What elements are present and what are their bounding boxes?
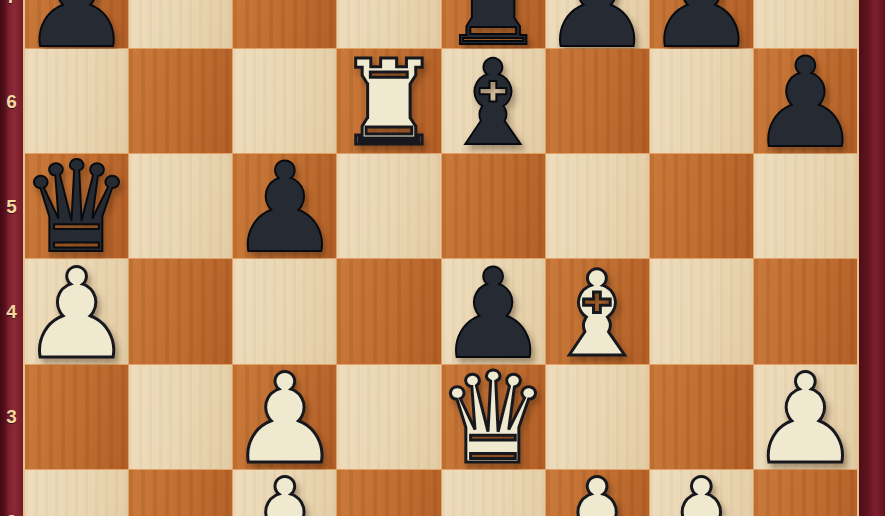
rank-label-7: 7 (0, 0, 23, 8)
square-d2[interactable] (337, 470, 440, 516)
square-d5[interactable] (337, 154, 440, 258)
square-c5[interactable]: ♟ (233, 154, 336, 258)
chess-board-screenshot: ♟♜♟♟♜♝♟♛♟♟♟♝♟♛♟♟♟♟ 765432 (0, 0, 885, 516)
square-f5[interactable] (546, 154, 649, 258)
square-f4[interactable]: ♝ (546, 259, 649, 363)
square-a3[interactable] (25, 365, 128, 469)
square-f7[interactable]: ♟ (546, 0, 649, 48)
square-c2[interactable]: ♟ (233, 470, 336, 516)
square-c7[interactable] (233, 0, 336, 48)
square-d3[interactable] (337, 365, 440, 469)
square-a4[interactable]: ♟ (25, 259, 128, 363)
piece-white-rook-d6[interactable]: ♜ (337, 49, 440, 153)
piece-white-pawn-h3[interactable]: ♟ (754, 365, 857, 469)
board-grid: ♟♜♟♟♜♝♟♛♟♟♟♝♟♛♟♟♟♟ (25, 0, 857, 516)
square-b7[interactable] (129, 0, 232, 48)
piece-black-pawn-a7[interactable]: ♟ (25, 0, 128, 53)
square-a2[interactable] (25, 470, 128, 516)
square-h5[interactable] (754, 154, 857, 258)
square-b5[interactable] (129, 154, 232, 258)
square-e6[interactable]: ♝ (442, 49, 545, 153)
square-h6[interactable]: ♟ (754, 49, 857, 153)
rank-label-3: 3 (0, 406, 23, 428)
piece-black-bishop-e6[interactable]: ♝ (442, 49, 545, 153)
piece-white-bishop-f4[interactable]: ♝ (546, 259, 649, 363)
square-g7[interactable]: ♟ (650, 0, 753, 48)
square-b3[interactable] (129, 365, 232, 469)
piece-white-pawn-c2[interactable]: ♟ (233, 470, 336, 516)
square-d4[interactable] (337, 259, 440, 363)
piece-black-pawn-g7[interactable]: ♟ (650, 0, 753, 53)
piece-white-pawn-f2[interactable]: ♟ (546, 470, 649, 516)
rank-label-2: 2 (0, 511, 23, 516)
rank-label-4: 4 (0, 301, 23, 323)
square-g6[interactable] (650, 49, 753, 153)
square-g2[interactable]: ♟ (650, 470, 753, 516)
square-h3[interactable]: ♟ (754, 365, 857, 469)
piece-black-pawn-c5[interactable]: ♟ (233, 154, 336, 258)
square-a7[interactable]: ♟ (25, 0, 128, 48)
piece-white-pawn-a4[interactable]: ♟ (25, 259, 128, 363)
rank-label-5: 5 (0, 196, 23, 218)
square-b6[interactable] (129, 49, 232, 153)
square-f6[interactable] (546, 49, 649, 153)
square-h2[interactable] (754, 470, 857, 516)
square-g4[interactable] (650, 259, 753, 363)
rank-label-6: 6 (0, 91, 23, 113)
square-e2[interactable] (442, 470, 545, 516)
square-g5[interactable] (650, 154, 753, 258)
piece-white-pawn-g2[interactable]: ♟ (650, 470, 753, 516)
board-left-border: 765432 (0, 0, 25, 516)
piece-white-queen-e3[interactable]: ♛ (442, 365, 545, 469)
square-d6[interactable]: ♜ (337, 49, 440, 153)
square-b4[interactable] (129, 259, 232, 363)
square-f2[interactable]: ♟ (546, 470, 649, 516)
square-b2[interactable] (129, 470, 232, 516)
piece-black-pawn-f7[interactable]: ♟ (546, 0, 649, 53)
piece-black-pawn-h6[interactable]: ♟ (754, 49, 857, 153)
square-e3[interactable]: ♛ (442, 365, 545, 469)
board-right-border (857, 0, 885, 516)
